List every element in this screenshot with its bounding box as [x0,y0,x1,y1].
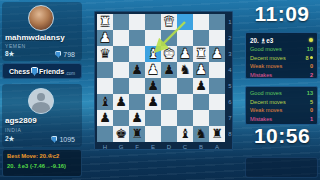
square-h6[interactable]: ♝ [97,94,113,110]
rating-white: 798 [63,51,75,58]
square-f7[interactable]: ♟ [129,110,145,126]
stat-value: 0 [310,63,313,69]
last-move-header: 20. ♗e3 [250,35,313,45]
black-pawn-b5: ♟ [195,78,207,94]
rank-label-1: 1 [226,14,234,30]
stat-value: 13 [307,90,313,96]
square-e3[interactable]: ♝ [145,46,161,62]
stat-row-mistakes: Mistakes2 [250,71,313,80]
stat-label: Decent moves [250,99,286,105]
bottom-right-panel [245,157,318,178]
square-d8[interactable] [161,126,177,142]
square-f3[interactable] [129,46,145,62]
white-king-d3: ♚ [163,46,175,62]
current-move-marker [310,56,313,59]
square-a4[interactable] [209,62,225,78]
black-pawn-h7: ♟ [99,110,111,126]
black-knight-b8: ♞ [195,126,207,142]
square-c3[interactable]: ♟ [177,46,193,62]
square-c2[interactable] [177,30,193,46]
square-e2[interactable] [145,30,161,46]
square-b2[interactable] [193,30,209,46]
move-quality-dot [309,38,313,42]
clock-white: 11:09 [244,2,320,26]
black-bishop-c8: ♝ [179,126,191,142]
square-e1[interactable] [145,14,161,30]
square-e7[interactable] [145,110,161,126]
chessfriends-logo[interactable]: Chess Friends .com [2,63,82,79]
rank-labels: 12345678 [226,14,234,142]
logo-shield-icon [31,67,38,76]
square-a1[interactable] [209,14,225,30]
shield-icon [55,51,61,58]
square-g7[interactable] [113,110,129,126]
white-pawn-h2: ♟ [99,30,111,46]
played-move-eval: 20. ♗e3 (-7.46→-9.16) [7,163,77,169]
square-b8[interactable]: ♞ [193,126,209,142]
square-c4[interactable]: ♞ [177,62,193,78]
square-h2[interactable]: ♟ [97,30,113,46]
black-knight-c4: ♞ [179,62,191,78]
rating-black: 1095 [59,136,75,143]
square-f1[interactable] [129,14,145,30]
rank-label-8: 8 [226,126,234,142]
square-a8[interactable]: ♜ [209,126,225,142]
square-e4[interactable]: ♟ [145,62,161,78]
black-pawn-e5: ♟ [147,78,159,94]
square-b5[interactable]: ♟ [193,78,209,94]
square-d7[interactable] [161,110,177,126]
black-pawn-f7: ♟ [131,110,143,126]
file-label-h: H [97,143,113,151]
square-a3[interactable]: ♟ [209,46,225,62]
stat-label: Mistakes [250,72,272,78]
board-squares: ♜♛♟♛♝♚♟♜♟♟♟♟♞♟♟♟♝♟♟♟♟♚♜♝♞♜ [97,14,225,142]
square-e6[interactable]: ♟ [145,94,161,110]
white-rook-b3: ♜ [195,46,207,62]
black-pawn-f4: ♟ [131,62,143,78]
file-label-e: E [145,143,161,151]
square-c1[interactable] [177,14,193,30]
star-rating-black: 2★ [5,135,14,143]
player-name-white: mahmwdalansy [0,33,80,42]
stat-label: Good moves [250,46,282,52]
rank-label-3: 3 [226,46,234,62]
white-queen-d1: ♛ [163,14,175,30]
player-country-white: YEMEN [0,43,80,49]
stat-value: 5 [310,99,313,105]
player-meta-white: 8★ 798 [0,50,80,58]
black-pawn-g6: ♟ [115,94,127,110]
player-meta-black: 2★ 1095 [0,135,80,143]
stat-label: Weak moves [250,63,282,69]
logo-text-friends: Friends [39,68,64,75]
black-queen-h3: ♛ [99,46,111,62]
logo-text-com: .com [65,71,75,78]
square-e8[interactable] [145,126,161,142]
square-g1[interactable] [113,14,129,30]
square-b3[interactable]: ♜ [193,46,209,62]
square-h1[interactable]: ♜ [97,14,113,30]
white-pawn-e4: ♟ [147,62,159,78]
clock-black: 10:56 [244,124,320,148]
stat-value: 0 [310,107,313,113]
rank-label-7: 7 [226,110,234,126]
white-pawn-b4: ♟ [195,62,207,78]
file-label-f: F [129,143,145,151]
square-d4[interactable]: ♟ [161,62,177,78]
square-g3[interactable] [113,46,129,62]
square-g4[interactable] [113,62,129,78]
square-b1[interactable] [193,14,209,30]
square-h8[interactable] [97,126,113,142]
file-label-b: B [193,143,209,151]
stat-row-weak-moves: Weak moves0 [250,62,313,71]
square-f4[interactable]: ♟ [129,62,145,78]
square-a5[interactable] [209,78,225,94]
square-f6[interactable] [129,94,145,110]
square-g6[interactable]: ♟ [113,94,129,110]
last-move-label: 20. ♗e3 [250,37,273,44]
stat-label: Mistakes [250,116,272,122]
move-stats-black: Good moves13Decent moves5Weak moves0Mist… [245,86,318,125]
stat-row-good-moves: Good moves10 [250,45,313,54]
best-move-text: Best Move: 20.♔c2 [7,153,77,159]
rank-label-6: 6 [226,94,234,110]
shield-icon [51,136,57,143]
square-c6[interactable] [177,94,193,110]
black-rook-a8: ♜ [211,126,223,142]
square-d3[interactable]: ♚ [161,46,177,62]
square-h4[interactable] [97,62,113,78]
black-pawn-e6: ♟ [147,94,159,110]
stat-row-decent-moves: Decent moves5 [250,98,313,107]
square-h5[interactable] [97,78,113,94]
square-g5[interactable] [113,78,129,94]
square-a7[interactable] [209,110,225,126]
chess-board: ♜♛♟♛♝♚♟♜♟♟♟♟♞♟♟♟♝♟♟♟♟♚♜♝♞♜ 12345678 HGFE… [94,11,233,150]
white-rook-h1: ♜ [99,14,111,30]
stat-row-mistakes: Mistakes1 [250,115,313,124]
white-pawn-c3: ♟ [179,46,191,62]
black-bishop-h6: ♝ [99,94,111,110]
stat-value: 8 [305,55,313,61]
square-g2[interactable] [113,30,129,46]
move-stats-white: 20. ♗e3 Good moves10Decent moves8Weak mo… [245,32,318,79]
avatar-black[interactable] [28,88,54,114]
stat-row-good-moves: Good moves13 [250,89,313,98]
square-a2[interactable] [209,30,225,46]
logo-text-chess: Chess [9,68,30,75]
square-h7[interactable]: ♟ [97,110,113,126]
square-f8[interactable]: ♜ [129,126,145,142]
stat-label: Decent moves [250,55,286,61]
stat-value: 2 [310,72,313,78]
square-b7[interactable] [193,110,209,126]
square-c7[interactable] [177,110,193,126]
square-c8[interactable]: ♝ [177,126,193,142]
square-c5[interactable] [177,78,193,94]
square-b4[interactable]: ♟ [193,62,209,78]
square-a6[interactable] [209,94,225,110]
rank-label-4: 4 [226,62,234,78]
stat-label: Good moves [250,90,282,96]
black-pawn-d4: ♟ [163,62,175,78]
square-d5[interactable] [161,78,177,94]
file-label-g: G [113,143,129,151]
white-bishop-e3: ♝ [147,46,159,62]
stat-row-weak-moves: Weak moves0 [250,106,313,115]
player-name-black: ags2809 [0,116,80,125]
square-d2[interactable] [161,30,177,46]
black-rook-f8: ♜ [131,126,143,142]
rating-group-white: 798 [55,51,75,58]
rank-label-2: 2 [226,30,234,46]
square-e5[interactable]: ♟ [145,78,161,94]
file-label-a: A [209,143,225,151]
file-label-c: C [177,143,193,151]
stat-value: 1 [310,116,313,122]
square-f2[interactable] [129,30,145,46]
black-king-g8: ♚ [115,126,127,142]
star-rating-white: 8★ [5,50,14,58]
white-pawn-a3: ♟ [211,46,223,62]
square-b6[interactable] [193,94,209,110]
rank-label-5: 5 [226,78,234,94]
analysis-box: Best Move: 20.♔c2 20. ♗e3 (-7.46→-9.16) [2,149,82,177]
square-g8[interactable]: ♚ [113,126,129,142]
rating-group-black: 1095 [51,136,75,143]
file-labels: HGFEDCBA [97,143,225,151]
square-h3[interactable]: ♛ [97,46,113,62]
square-f5[interactable] [129,78,145,94]
square-d6[interactable] [161,94,177,110]
stat-row-decent-moves: Decent moves8 [250,54,313,63]
stat-label: Weak moves [250,107,282,113]
square-d1[interactable]: ♛ [161,14,177,30]
player-country-black: INDIA [0,127,80,133]
stat-value: 10 [307,46,313,52]
avatar-white[interactable] [28,5,54,31]
file-label-d: D [161,143,177,151]
game-screen: mahmwdalansy YEMEN 8★ 798 Chess Friends … [0,0,320,180]
